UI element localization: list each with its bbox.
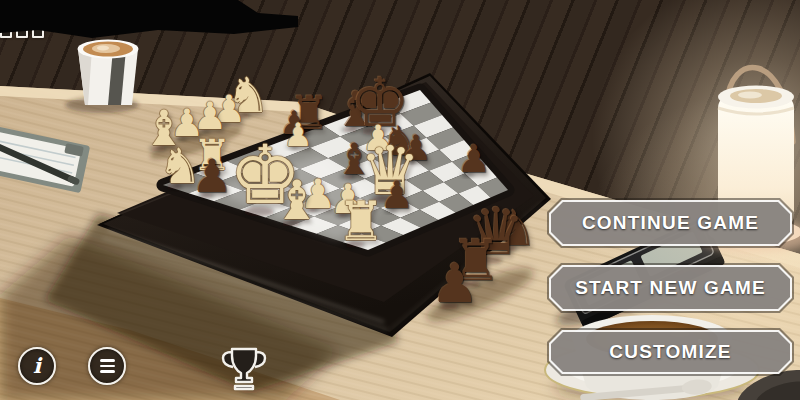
continue-game-label: CONTINUE GAME — [582, 212, 759, 234]
piece-black-pawn[interactable]: ♟ — [191, 154, 232, 200]
captured-piece-black-pawn: ♟ — [431, 257, 479, 311]
start-new-game-label: START NEW GAME — [575, 277, 766, 299]
customize-button[interactable]: CUSTOMIZE — [547, 328, 794, 376]
latte-cup — [78, 40, 139, 106]
settings-button[interactable]: ⚙ ⚙ SETTINGS — [0, 238, 140, 318]
piece-white-rook[interactable]: ♜ — [337, 195, 385, 249]
trophy-icon[interactable] — [220, 345, 268, 391]
dark-object-silhouette — [0, 0, 298, 38]
start-new-game-button[interactable]: START NEW GAME — [547, 263, 794, 313]
coin-icon[interactable] — [88, 347, 126, 385]
customize-label: CUSTOMIZE — [609, 341, 731, 363]
continue-game-button[interactable]: CONTINUE GAME — [547, 198, 794, 248]
piece-white-bishop[interactable]: ♝ — [273, 174, 321, 228]
info-icon[interactable]: i — [18, 347, 56, 385]
piece-black-pawn[interactable]: ♟ — [457, 141, 491, 179]
game-scene: ♚♛♜♜♝♞♟♟♟♟♚♜♝♞♝♟♟♟♟♟♝♟♟♟♞♟♜♛♞ ⚙ ⚙ SETTIN… — [0, 0, 800, 400]
